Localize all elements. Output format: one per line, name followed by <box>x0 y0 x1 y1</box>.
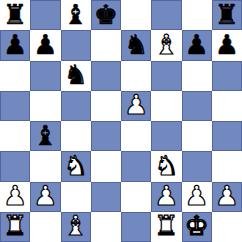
square-f4[interactable] <box>151 121 181 151</box>
square-h2[interactable]: ♟ <box>212 182 242 212</box>
square-b7[interactable]: ♟ <box>30 30 60 60</box>
square-c3[interactable]: ♞ <box>61 151 91 181</box>
square-f8[interactable] <box>151 0 181 30</box>
piece-white-king: ♚ <box>185 212 209 239</box>
square-g1[interactable]: ♚ <box>182 212 212 242</box>
square-a5[interactable] <box>0 91 30 121</box>
square-b6[interactable] <box>30 61 60 91</box>
square-g6[interactable] <box>182 61 212 91</box>
square-h8[interactable]: ♜ <box>212 0 242 30</box>
square-c2[interactable] <box>61 182 91 212</box>
square-e6[interactable] <box>121 61 151 91</box>
square-b4[interactable]: ♝ <box>30 121 60 151</box>
piece-white-pawn: ♟ <box>3 182 27 209</box>
chess-board: ♜♝♚♜♟♟♞♝♟♟♞♟♝♞♞♟♟♟♟♟♜♝♜♚ <box>0 0 242 242</box>
square-e4[interactable] <box>121 121 151 151</box>
piece-black-pawn: ♟ <box>33 31 57 58</box>
square-c5[interactable] <box>61 91 91 121</box>
square-a2[interactable]: ♟ <box>0 182 30 212</box>
square-g2[interactable]: ♟ <box>182 182 212 212</box>
square-e8[interactable] <box>121 0 151 30</box>
square-h3[interactable] <box>212 151 242 181</box>
piece-white-knight: ♞ <box>64 152 88 179</box>
square-d4[interactable] <box>91 121 121 151</box>
piece-white-rook: ♜ <box>154 212 178 239</box>
square-f5[interactable] <box>151 91 181 121</box>
square-d7[interactable] <box>91 30 121 60</box>
square-c7[interactable] <box>61 30 91 60</box>
square-b3[interactable] <box>30 151 60 181</box>
square-g7[interactable]: ♟ <box>182 30 212 60</box>
square-h7[interactable]: ♟ <box>212 30 242 60</box>
square-f1[interactable]: ♜ <box>151 212 181 242</box>
piece-black-knight: ♞ <box>64 61 88 88</box>
square-g8[interactable] <box>182 0 212 30</box>
square-c1[interactable]: ♝ <box>61 212 91 242</box>
square-c8[interactable]: ♝ <box>61 0 91 30</box>
square-a3[interactable] <box>0 151 30 181</box>
piece-black-pawn: ♟ <box>185 31 209 58</box>
piece-white-knight: ♞ <box>154 152 178 179</box>
square-d8[interactable]: ♚ <box>91 0 121 30</box>
square-e5[interactable]: ♟ <box>121 91 151 121</box>
piece-black-pawn: ♟ <box>215 31 239 58</box>
piece-white-pawn: ♟ <box>154 182 178 209</box>
square-h1[interactable] <box>212 212 242 242</box>
square-a6[interactable] <box>0 61 30 91</box>
square-a8[interactable]: ♜ <box>0 0 30 30</box>
square-b1[interactable] <box>30 212 60 242</box>
square-h4[interactable] <box>212 121 242 151</box>
piece-black-rook: ♜ <box>3 1 27 28</box>
square-c6[interactable]: ♞ <box>61 61 91 91</box>
square-h5[interactable] <box>212 91 242 121</box>
square-g5[interactable] <box>182 91 212 121</box>
square-d2[interactable] <box>91 182 121 212</box>
square-g3[interactable] <box>182 151 212 181</box>
square-d6[interactable] <box>91 61 121 91</box>
square-e7[interactable]: ♞ <box>121 30 151 60</box>
square-d5[interactable] <box>91 91 121 121</box>
piece-black-pawn: ♟ <box>3 31 27 58</box>
square-d1[interactable] <box>91 212 121 242</box>
square-f6[interactable] <box>151 61 181 91</box>
piece-white-pawn: ♟ <box>124 91 148 118</box>
piece-black-king: ♚ <box>94 1 118 28</box>
square-b5[interactable] <box>30 91 60 121</box>
square-e1[interactable] <box>121 212 151 242</box>
piece-white-pawn: ♟ <box>215 182 239 209</box>
square-b2[interactable]: ♟ <box>30 182 60 212</box>
square-e3[interactable] <box>121 151 151 181</box>
square-a4[interactable] <box>0 121 30 151</box>
piece-black-knight: ♞ <box>124 31 148 58</box>
square-b8[interactable] <box>30 0 60 30</box>
piece-white-bishop: ♝ <box>64 212 88 239</box>
piece-white-rook: ♜ <box>3 212 27 239</box>
piece-white-bishop: ♝ <box>154 31 178 58</box>
square-d3[interactable] <box>91 151 121 181</box>
piece-black-bishop: ♝ <box>64 1 88 28</box>
square-f2[interactable]: ♟ <box>151 182 181 212</box>
square-f7[interactable]: ♝ <box>151 30 181 60</box>
piece-white-pawn: ♟ <box>33 182 57 209</box>
square-a7[interactable]: ♟ <box>0 30 30 60</box>
square-a1[interactable]: ♜ <box>0 212 30 242</box>
piece-black-rook: ♜ <box>215 1 239 28</box>
piece-black-bishop: ♝ <box>33 122 57 149</box>
piece-white-pawn: ♟ <box>185 182 209 209</box>
square-h6[interactable] <box>212 61 242 91</box>
square-c4[interactable] <box>61 121 91 151</box>
square-g4[interactable] <box>182 121 212 151</box>
square-e2[interactable] <box>121 182 151 212</box>
square-f3[interactable]: ♞ <box>151 151 181 181</box>
